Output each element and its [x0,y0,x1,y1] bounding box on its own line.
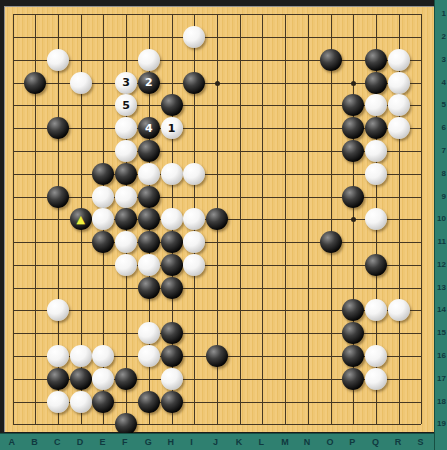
stone-Q8-white[interactable] [365,163,387,185]
stone-F11-white[interactable] [115,231,137,253]
stone-R14-white[interactable] [388,299,410,321]
row-label-8: 8 [442,169,446,178]
row-label-13: 13 [437,283,446,292]
star-point [351,81,356,86]
move-number-label: 1 [168,123,176,134]
stone-G4-black[interactable]: 2 [138,72,160,94]
column-label-H: H [168,437,175,447]
stone-E17-white[interactable] [92,368,114,390]
move-number-label: 5 [122,100,130,111]
stone-G15-white[interactable] [138,322,160,344]
row-label-14: 14 [437,305,446,314]
star-point [351,217,356,222]
stone-G12-white[interactable] [138,254,160,276]
column-label-E: E [99,437,105,447]
stone-Q4-black[interactable] [365,72,387,94]
row-label-17: 17 [437,374,446,383]
stone-H5-black[interactable] [161,94,183,116]
stone-C14-white[interactable] [47,299,69,321]
stone-F5-white[interactable]: 5 [115,94,137,116]
go-game-viewer: 32541▲ ABCDEFGHIJKLMNOPQRS 1234567891011… [0,0,447,450]
stone-C16-white[interactable] [47,345,69,367]
stone-Q7-white[interactable] [365,140,387,162]
stone-Q5-white[interactable] [365,94,387,116]
stone-P16-black[interactable] [342,345,364,367]
stone-E18-black[interactable] [92,391,114,413]
stone-I11-white[interactable] [183,231,205,253]
grid-line-vertical [331,14,332,424]
stone-I8-white[interactable] [183,163,205,185]
triangle-mark: ▲ [76,214,84,225]
stone-C9-black[interactable] [47,186,69,208]
stone-R4-white[interactable] [388,72,410,94]
stone-E11-black[interactable] [92,231,114,253]
stone-D16-white[interactable] [70,345,92,367]
stone-H16-black[interactable] [161,345,183,367]
grid-line-horizontal [13,265,422,266]
column-label-D: D [77,437,84,447]
column-label-L: L [258,437,264,447]
grid-line-vertical [262,14,263,424]
go-board[interactable]: 32541▲ [4,6,434,432]
stone-F17-black[interactable] [115,368,137,390]
stone-D4-white[interactable] [70,72,92,94]
row-label-15: 15 [437,328,446,337]
stone-P7-black[interactable] [342,140,364,162]
column-label-F: F [122,437,128,447]
row-label-6: 6 [442,123,446,132]
stone-G7-black[interactable] [138,140,160,162]
stone-G6-black[interactable]: 4 [138,117,160,139]
stone-D10-black[interactable]: ▲ [70,208,92,230]
star-point [215,81,220,86]
stone-G11-black[interactable] [138,231,160,253]
grid-line-vertical [308,14,309,424]
stone-Q16-white[interactable] [365,345,387,367]
stone-E16-white[interactable] [92,345,114,367]
stone-P9-black[interactable] [342,186,364,208]
row-label-10: 10 [437,214,446,223]
column-label-K: K [236,437,243,447]
stone-F10-black[interactable] [115,208,137,230]
stone-E8-black[interactable] [92,163,114,185]
column-label-A: A [9,437,16,447]
stone-Q12-black[interactable] [365,254,387,276]
stone-B4-black[interactable] [24,72,46,94]
row-label-18: 18 [437,397,446,406]
move-number-label: 2 [145,77,153,88]
stone-H12-black[interactable] [161,254,183,276]
stone-C3-white[interactable] [47,49,69,71]
stone-Q10-white[interactable] [365,208,387,230]
stone-C18-white[interactable] [47,391,69,413]
stone-I12-white[interactable] [183,254,205,276]
move-number-label: 4 [145,123,153,134]
stone-P14-black[interactable] [342,299,364,321]
stone-C17-black[interactable] [47,368,69,390]
stone-G18-black[interactable] [138,391,160,413]
stone-P15-black[interactable] [342,322,364,344]
stone-H8-white[interactable] [161,163,183,185]
stone-O3-black[interactable] [320,49,342,71]
stone-G8-white[interactable] [138,163,160,185]
row-label-1: 1 [442,9,446,18]
stone-H10-white[interactable] [161,208,183,230]
stone-G9-black[interactable] [138,186,160,208]
column-label-Q: Q [372,437,379,447]
stone-D18-white[interactable] [70,391,92,413]
stone-H15-black[interactable] [161,322,183,344]
stone-F7-white[interactable] [115,140,137,162]
grid-line-vertical [285,14,286,424]
column-label-B: B [31,437,38,447]
column-label-J: J [213,437,218,447]
grid-line-vertical [240,14,241,424]
grid-line-horizontal [13,424,422,425]
stone-Q17-white[interactable] [365,368,387,390]
column-label-S: S [417,437,423,447]
column-label-G: G [145,437,152,447]
stone-P6-black[interactable] [342,117,364,139]
grid-line-horizontal [13,288,422,289]
stone-H13-black[interactable] [161,277,183,299]
row-coordinates-strip: 12345678910111213141516171819 [434,0,447,450]
stone-F6-white[interactable] [115,117,137,139]
move-number-label: 3 [122,77,130,88]
column-coordinates-strip: ABCDEFGHIJKLMNOPQRS [0,433,447,450]
row-label-7: 7 [442,146,446,155]
column-label-C: C [54,437,61,447]
column-label-M: M [281,437,289,447]
stone-F4-white[interactable]: 3 [115,72,137,94]
row-label-2: 2 [442,32,446,41]
stone-R3-white[interactable] [388,49,410,71]
stone-E10-white[interactable] [92,208,114,230]
row-label-9: 9 [442,192,446,201]
stone-Q14-white[interactable] [365,299,387,321]
stone-H6-white[interactable]: 1 [161,117,183,139]
grid-line-vertical [421,14,422,424]
stone-J16-black[interactable] [206,345,228,367]
stone-F12-white[interactable] [115,254,137,276]
stone-I4-black[interactable] [183,72,205,94]
stone-P5-black[interactable] [342,94,364,116]
row-label-16: 16 [437,351,446,360]
column-label-O: O [327,437,334,447]
stone-F9-white[interactable] [115,186,137,208]
row-label-3: 3 [442,55,446,64]
row-label-4: 4 [442,78,446,87]
stone-R5-white[interactable] [388,94,410,116]
column-label-P: P [349,437,355,447]
column-label-R: R [395,437,402,447]
stone-G16-white[interactable] [138,345,160,367]
row-label-5: 5 [442,100,446,109]
stone-H17-white[interactable] [161,368,183,390]
stone-D17-black[interactable] [70,368,92,390]
stone-G10-black[interactable] [138,208,160,230]
stone-I10-white[interactable] [183,208,205,230]
stone-G13-black[interactable] [138,277,160,299]
stone-Q6-black[interactable] [365,117,387,139]
stone-C6-black[interactable] [47,117,69,139]
stone-R6-white[interactable] [388,117,410,139]
stone-J10-black[interactable] [206,208,228,230]
stone-H11-black[interactable] [161,231,183,253]
stone-G3-white[interactable] [138,49,160,71]
stone-H18-black[interactable] [161,391,183,413]
stone-O11-black[interactable] [320,231,342,253]
row-label-19: 19 [437,419,446,428]
stone-Q3-black[interactable] [365,49,387,71]
stone-F8-black[interactable] [115,163,137,185]
stone-I2-white[interactable] [183,26,205,48]
row-label-11: 11 [438,237,446,246]
row-label-12: 12 [437,260,446,269]
stone-P17-black[interactable] [342,368,364,390]
grid-line-horizontal [13,242,422,243]
column-label-N: N [304,437,311,447]
stone-E9-white[interactable] [92,186,114,208]
column-label-I: I [190,437,193,447]
